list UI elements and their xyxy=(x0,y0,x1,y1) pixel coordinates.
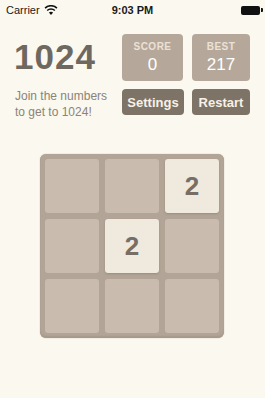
battery-icon xyxy=(241,6,260,15)
settings-button[interactable]: Settings xyxy=(122,89,184,115)
score-box: SCORE 0 xyxy=(122,34,183,81)
game-board[interactable]: 22 xyxy=(40,154,224,338)
page-title: 1024 xyxy=(14,37,96,77)
grid-cell xyxy=(105,159,159,213)
restart-button[interactable]: Restart xyxy=(192,89,250,115)
score-value: 0 xyxy=(148,55,157,75)
best-box: BEST 217 xyxy=(192,34,250,81)
status-bar: Carrier 9:03 PM xyxy=(0,0,265,20)
subtitle-line-1: Join the numbers xyxy=(15,88,107,104)
subtitle: Join the numbers to get to 1024! xyxy=(15,88,107,120)
tile-2: 2 xyxy=(165,159,219,213)
grid-cell xyxy=(45,279,99,333)
tile-2: 2 xyxy=(105,219,159,273)
grid-cell xyxy=(165,279,219,333)
grid-cell xyxy=(45,219,99,273)
clock-label: 9:03 PM xyxy=(0,4,265,16)
best-value: 217 xyxy=(207,55,235,75)
subtitle-line-2: to get to 1024! xyxy=(15,104,107,120)
grid-cell xyxy=(105,279,159,333)
score-label: SCORE xyxy=(133,41,171,52)
grid-cell xyxy=(165,219,219,273)
best-label: BEST xyxy=(207,41,236,52)
app-screen: Carrier 9:03 PM 1024 Join the numbers to… xyxy=(0,0,265,398)
grid-cell xyxy=(45,159,99,213)
